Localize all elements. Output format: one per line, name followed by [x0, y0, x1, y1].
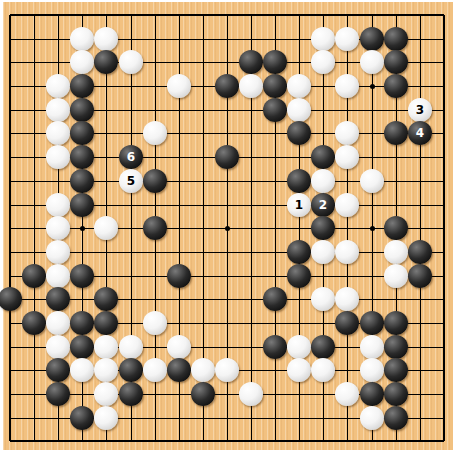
white-stone: [94, 27, 118, 51]
black-stone: [311, 145, 335, 169]
black-stone: [384, 406, 408, 430]
white-stone: [70, 27, 94, 51]
black-stone: [287, 240, 311, 264]
black-stone: 2: [311, 193, 335, 217]
black-stone: [70, 311, 94, 335]
grid-line-vertical: [420, 15, 421, 441]
black-stone: [46, 358, 70, 382]
black-stone: [384, 50, 408, 74]
go-board[interactable]: 346512: [3, 2, 453, 450]
move-number-label: 1: [295, 199, 303, 211]
black-stone: [70, 74, 94, 98]
white-stone: 3: [408, 98, 432, 122]
white-stone: [287, 74, 311, 98]
black-stone: [70, 335, 94, 359]
black-stone: [263, 335, 287, 359]
grid-line-horizontal: [10, 299, 444, 300]
white-stone: [70, 50, 94, 74]
black-stone: [384, 27, 408, 51]
white-stone: 1: [287, 193, 311, 217]
black-stone: [335, 311, 359, 335]
white-stone: [287, 335, 311, 359]
black-stone: [94, 50, 118, 74]
black-stone: [408, 264, 432, 288]
white-stone: [335, 145, 359, 169]
white-stone: [167, 335, 191, 359]
black-stone: [360, 382, 384, 406]
white-stone: [94, 335, 118, 359]
grid-line-horizontal: [10, 252, 444, 253]
black-stone: [287, 169, 311, 193]
white-stone: [287, 358, 311, 382]
white-stone: [360, 50, 384, 74]
black-stone: [287, 121, 311, 145]
black-stone: [263, 74, 287, 98]
black-stone: [70, 169, 94, 193]
page-background: 346512: [0, 0, 456, 453]
star-point: [370, 84, 375, 89]
black-stone: 6: [119, 145, 143, 169]
white-stone: [143, 121, 167, 145]
black-stone: [94, 311, 118, 335]
black-stone: [70, 121, 94, 145]
white-stone: [360, 358, 384, 382]
white-stone: [335, 287, 359, 311]
black-stone: [384, 74, 408, 98]
white-stone: [167, 74, 191, 98]
white-stone: [311, 27, 335, 51]
black-stone: [167, 358, 191, 382]
white-stone: [335, 240, 359, 264]
white-stone: [46, 335, 70, 359]
black-stone: [384, 335, 408, 359]
black-stone: [311, 335, 335, 359]
white-stone: [384, 264, 408, 288]
black-stone: 4: [408, 121, 432, 145]
black-stone: [360, 27, 384, 51]
black-stone: [408, 240, 432, 264]
black-stone: [263, 98, 287, 122]
white-stone: [119, 50, 143, 74]
white-stone: [94, 216, 118, 240]
white-stone: [46, 240, 70, 264]
white-stone: [360, 169, 384, 193]
black-stone: [384, 358, 408, 382]
black-stone: [263, 50, 287, 74]
black-stone: [167, 264, 191, 288]
black-stone: [239, 50, 263, 74]
white-stone: [335, 74, 359, 98]
black-stone: [287, 264, 311, 288]
move-number-label: 5: [127, 175, 135, 187]
move-number-label: 6: [127, 151, 135, 163]
white-stone: [46, 216, 70, 240]
black-stone: [94, 287, 118, 311]
white-stone: [94, 358, 118, 382]
white-stone: [94, 406, 118, 430]
white-stone: [70, 358, 94, 382]
white-stone: [360, 335, 384, 359]
white-stone: [46, 311, 70, 335]
black-stone: [70, 264, 94, 288]
black-stone: [384, 121, 408, 145]
white-stone: [46, 264, 70, 288]
white-stone: [239, 382, 263, 406]
black-stone: [70, 145, 94, 169]
move-number-label: 2: [319, 199, 327, 211]
black-stone: [215, 74, 239, 98]
black-stone: [0, 287, 22, 311]
white-stone: [46, 74, 70, 98]
white-stone: [311, 287, 335, 311]
white-stone: [191, 358, 215, 382]
black-stone: [384, 311, 408, 335]
white-stone: [215, 358, 239, 382]
black-stone: [143, 169, 167, 193]
white-stone: [94, 382, 118, 406]
white-stone: [335, 193, 359, 217]
white-stone: [287, 98, 311, 122]
white-stone: [46, 145, 70, 169]
move-number-label: 4: [416, 127, 424, 139]
white-stone: [143, 311, 167, 335]
black-stone: [22, 311, 46, 335]
star-point: [80, 226, 85, 231]
white-stone: 5: [119, 169, 143, 193]
white-stone: [311, 358, 335, 382]
black-stone: [119, 358, 143, 382]
black-stone: [191, 382, 215, 406]
white-stone: [46, 121, 70, 145]
grid-line-vertical: [443, 15, 445, 441]
black-stone: [70, 193, 94, 217]
black-stone: [360, 311, 384, 335]
white-stone: [119, 335, 143, 359]
white-stone: [360, 406, 384, 430]
move-number-label: 3: [416, 104, 424, 116]
white-stone: [46, 98, 70, 122]
black-stone: [46, 382, 70, 406]
star-point: [370, 226, 375, 231]
white-stone: [335, 27, 359, 51]
white-stone: [335, 121, 359, 145]
black-stone: [143, 216, 167, 240]
black-stone: [311, 216, 335, 240]
star-point: [225, 226, 230, 231]
white-stone: [335, 382, 359, 406]
white-stone: [384, 240, 408, 264]
white-stone: [239, 74, 263, 98]
black-stone: [119, 382, 143, 406]
white-stone: [46, 193, 70, 217]
black-stone: [263, 287, 287, 311]
black-stone: [215, 145, 239, 169]
white-stone: [311, 169, 335, 193]
black-stone: [22, 264, 46, 288]
grid-line-horizontal: [10, 440, 444, 442]
white-stone: [311, 240, 335, 264]
black-stone: [70, 406, 94, 430]
black-stone: [46, 287, 70, 311]
white-stone: [311, 50, 335, 74]
white-stone: [143, 358, 167, 382]
black-stone: [384, 382, 408, 406]
black-stone: [384, 216, 408, 240]
black-stone: [70, 98, 94, 122]
